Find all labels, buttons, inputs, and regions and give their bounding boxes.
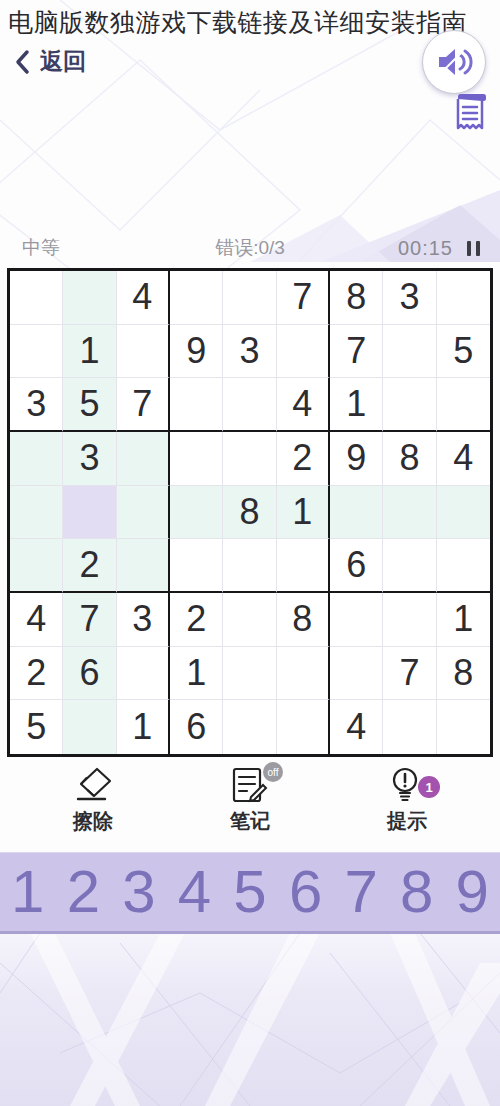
timer: 00:15 — [398, 237, 453, 260]
numpad-digit-2[interactable]: 2 — [56, 853, 112, 931]
cell-r3c2[interactable]: 5 — [63, 378, 116, 432]
cell-r9c8[interactable] — [383, 700, 436, 754]
cell-r8c8[interactable]: 7 — [383, 647, 436, 701]
cell-r6c1[interactable] — [10, 539, 63, 593]
cell-r7c2[interactable]: 7 — [63, 593, 116, 647]
cell-r4c8[interactable]: 8 — [383, 432, 436, 486]
cell-r5c9[interactable] — [437, 486, 490, 540]
cell-r6c7[interactable]: 6 — [330, 539, 383, 593]
hint-count-badge: 1 — [418, 776, 440, 798]
numpad-digit-3[interactable]: 3 — [111, 853, 167, 931]
cell-r9c3[interactable]: 1 — [117, 700, 170, 754]
cell-r8c3[interactable] — [117, 647, 170, 701]
cell-r6c8[interactable] — [383, 539, 436, 593]
cell-r7c6[interactable]: 8 — [277, 593, 330, 647]
cell-r8c9[interactable]: 8 — [437, 647, 490, 701]
receipt-icon — [450, 92, 488, 134]
cell-r8c6[interactable] — [277, 647, 330, 701]
cell-r2c6[interactable] — [277, 325, 330, 379]
cell-r8c4[interactable]: 1 — [170, 647, 223, 701]
cell-r2c7[interactable]: 7 — [330, 325, 383, 379]
page-title: 电脑版数独游戏下载链接及详细安装指南 — [8, 6, 500, 39]
chevron-left-icon — [14, 49, 30, 75]
cell-r8c7[interactable] — [330, 647, 383, 701]
cell-r6c2[interactable]: 2 — [63, 539, 116, 593]
cell-r2c4[interactable]: 9 — [170, 325, 223, 379]
cell-r6c5[interactable] — [223, 539, 276, 593]
cell-r6c4[interactable] — [170, 539, 223, 593]
cell-r4c5[interactable] — [223, 432, 276, 486]
cell-r7c3[interactable]: 3 — [117, 593, 170, 647]
cell-r3c6[interactable]: 4 — [277, 378, 330, 432]
cell-r3c3[interactable]: 7 — [117, 378, 170, 432]
eraser-icon — [72, 766, 114, 804]
cell-r9c4[interactable]: 6 — [170, 700, 223, 754]
hint-button[interactable]: 1 提示 — [352, 760, 462, 846]
cell-r8c2[interactable]: 6 — [63, 647, 116, 701]
cell-r5c2[interactable] — [63, 486, 116, 540]
cell-r1c6[interactable]: 7 — [277, 271, 330, 325]
cell-r5c1[interactable] — [10, 486, 63, 540]
toolbar: 擦除 off 笔记 1 提示 — [0, 760, 500, 846]
cell-r2c1[interactable] — [10, 325, 63, 379]
numpad-digit-6[interactable]: 6 — [278, 853, 334, 931]
bottom-pattern — [0, 933, 500, 1106]
notes-label: 笔记 — [230, 808, 270, 835]
cell-r9c9[interactable] — [437, 700, 490, 754]
hint-label: 提示 — [387, 808, 427, 835]
cell-r2c9[interactable]: 5 — [437, 325, 490, 379]
cell-r2c8[interactable] — [383, 325, 436, 379]
cell-r7c8[interactable] — [383, 593, 436, 647]
cell-r8c5[interactable] — [223, 647, 276, 701]
cell-r4c3[interactable] — [117, 432, 170, 486]
cell-r7c1[interactable]: 4 — [10, 593, 63, 647]
cell-r5c8[interactable] — [383, 486, 436, 540]
sudoku-board: 47831937535741329848126473281261785164 — [7, 268, 493, 757]
pause-button[interactable] — [465, 239, 482, 258]
cell-r9c1[interactable]: 5 — [10, 700, 63, 754]
speaker-icon — [435, 45, 473, 79]
numpad-digit-4[interactable]: 4 — [167, 853, 223, 931]
cell-r9c7[interactable]: 4 — [330, 700, 383, 754]
cell-r1c5[interactable] — [223, 271, 276, 325]
sound-button[interactable] — [422, 30, 486, 94]
cell-r4c6[interactable]: 2 — [277, 432, 330, 486]
notes-list-button[interactable] — [450, 92, 488, 134]
errors-counter: 错误:0/3 — [215, 235, 285, 261]
cell-r4c4[interactable] — [170, 432, 223, 486]
cell-r7c9[interactable]: 1 — [437, 593, 490, 647]
bottom-background — [0, 933, 500, 1106]
cell-r3c4[interactable] — [170, 378, 223, 432]
cell-r5c4[interactable] — [170, 486, 223, 540]
numpad-digit-7[interactable]: 7 — [333, 853, 389, 931]
numpad-digit-5[interactable]: 5 — [222, 853, 278, 931]
status-bar: 中等 错误:0/3 00:15 — [0, 234, 500, 262]
numpad: 123456789 — [0, 852, 500, 934]
cell-r2c2[interactable]: 1 — [63, 325, 116, 379]
cell-r7c4[interactable]: 2 — [170, 593, 223, 647]
cell-r2c3[interactable] — [117, 325, 170, 379]
cell-r9c5[interactable] — [223, 700, 276, 754]
cell-r5c5[interactable]: 8 — [223, 486, 276, 540]
cell-r4c9[interactable]: 4 — [437, 432, 490, 486]
back-button[interactable]: 返回 — [14, 46, 86, 77]
cell-r1c3[interactable]: 4 — [117, 271, 170, 325]
cell-r6c6[interactable] — [277, 539, 330, 593]
cell-r4c2[interactable]: 3 — [63, 432, 116, 486]
cell-r7c7[interactable] — [330, 593, 383, 647]
cell-r1c7[interactable]: 8 — [330, 271, 383, 325]
sudoku-app-page: 电脑版数独游戏下载链接及详细安装指南 返回 中等 错误:0/3 — [0, 0, 500, 1106]
cell-r5c3[interactable] — [117, 486, 170, 540]
cell-r9c6[interactable] — [277, 700, 330, 754]
notes-button[interactable]: off 笔记 — [195, 760, 305, 846]
difficulty-label: 中等 — [22, 235, 60, 261]
cell-r8c1[interactable]: 2 — [10, 647, 63, 701]
cell-r1c2[interactable] — [63, 271, 116, 325]
cell-r4c7[interactable]: 9 — [330, 432, 383, 486]
cell-r3c8[interactable] — [383, 378, 436, 432]
erase-label: 擦除 — [73, 808, 113, 835]
cell-r6c9[interactable] — [437, 539, 490, 593]
cell-r4c1[interactable] — [10, 432, 63, 486]
cell-r9c2[interactable] — [63, 700, 116, 754]
cell-r2c5[interactable]: 3 — [223, 325, 276, 379]
cell-r1c1[interactable] — [10, 271, 63, 325]
cell-r7c5[interactable] — [223, 593, 276, 647]
numpad-digit-8[interactable]: 8 — [389, 853, 445, 931]
cell-r5c6[interactable]: 1 — [277, 486, 330, 540]
numpad-digit-1[interactable]: 1 — [0, 853, 56, 931]
cell-r3c9[interactable] — [437, 378, 490, 432]
back-label: 返回 — [40, 46, 86, 77]
numpad-digit-9[interactable]: 9 — [445, 853, 500, 931]
cell-r6c3[interactable] — [117, 539, 170, 593]
cell-r3c1[interactable]: 3 — [10, 378, 63, 432]
cell-r3c7[interactable]: 1 — [330, 378, 383, 432]
cell-r1c9[interactable] — [437, 271, 490, 325]
erase-button[interactable]: 擦除 — [38, 760, 148, 846]
cell-r1c4[interactable] — [170, 271, 223, 325]
cell-r5c7[interactable] — [330, 486, 383, 540]
cell-r1c8[interactable]: 3 — [383, 271, 436, 325]
notes-off-badge: off — [263, 762, 283, 782]
cell-r3c5[interactable] — [223, 378, 276, 432]
